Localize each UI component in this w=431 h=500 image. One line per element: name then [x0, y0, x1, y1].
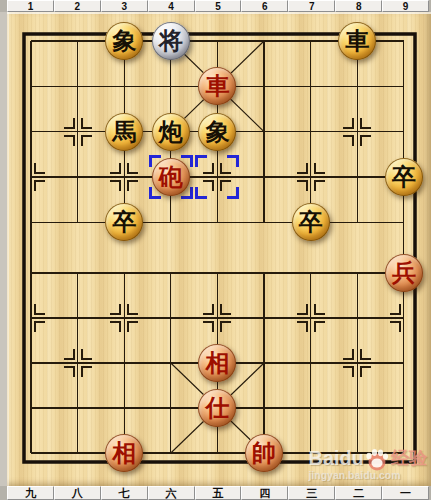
- file-label-top-5: 5: [195, 0, 242, 12]
- piece-glyph: 相: [112, 441, 136, 465]
- piece-red-砲-f4r3[interactable]: 砲: [152, 158, 190, 196]
- watermark-brand-cn: 经验: [391, 449, 427, 467]
- piece-glyph: 卒: [392, 165, 416, 189]
- file-label-top-1: 1: [7, 0, 54, 12]
- file-label-bottom-5: 五: [195, 486, 242, 500]
- piece-red-帥-f6r9[interactable]: 帥: [245, 434, 283, 472]
- piece-glyph: 卒: [299, 210, 323, 234]
- piece-glyph: 車: [205, 74, 229, 98]
- piece-glyph: 相: [205, 351, 229, 375]
- file-label-top-3: 3: [101, 0, 148, 12]
- xiangqi-board[interactable]: 象将車車馬炮象砲卒卒卒兵相仕相帥 Baidu 经验 jingyan.baidu.…: [7, 12, 431, 486]
- piece-glyph: 帥: [252, 441, 276, 465]
- piece-glyph: 卒: [112, 210, 136, 234]
- piece-black-象-f5r2[interactable]: 象: [198, 113, 236, 151]
- file-label-bottom-2: 八: [54, 486, 101, 500]
- piece-black-炮-f4r2[interactable]: 炮: [152, 113, 190, 151]
- file-label-top-8: 8: [335, 0, 382, 12]
- file-labels-bottom: 九八七六五四三二一: [0, 486, 431, 500]
- piece-glyph: 象: [205, 120, 229, 144]
- file-label-bottom-7: 三: [288, 486, 335, 500]
- piece-glyph: 車: [345, 29, 369, 53]
- watermark-brand-row: Baidu 经验: [308, 448, 427, 468]
- piece-glyph: 仕: [205, 396, 229, 420]
- file-label-top-9: 9: [382, 0, 429, 12]
- xiangqi-app-window: 123456789 象将車車馬炮象砲卒卒卒兵相仕相帥 Baidu 经验 jing…: [0, 0, 431, 500]
- watermark-brand-latin: Baidu: [308, 448, 364, 468]
- last-move-marker-2: [195, 155, 239, 199]
- file-label-top-4: 4: [148, 0, 195, 12]
- piece-glyph: 将: [159, 29, 183, 53]
- file-labels-top: 123456789: [0, 0, 431, 12]
- piece-glyph: 炮: [159, 120, 183, 144]
- piece-glyph: 兵: [392, 261, 416, 285]
- watermark-url: jingyan.baidu.com: [308, 470, 427, 481]
- file-label-bottom-1: 九: [7, 486, 54, 500]
- piece-black-将-f4r0[interactable]: 将: [152, 22, 190, 60]
- piece-black-卒-f7r4[interactable]: 卒: [292, 203, 330, 241]
- file-label-bottom-3: 七: [101, 486, 148, 500]
- piece-glyph: 象: [112, 29, 136, 53]
- file-label-top-2: 2: [54, 0, 101, 12]
- piece-red-相-f3r9[interactable]: 相: [105, 434, 143, 472]
- file-label-top-7: 7: [288, 0, 335, 12]
- piece-black-馬-f3r2[interactable]: 馬: [105, 113, 143, 151]
- piece-glyph: 砲: [159, 165, 183, 189]
- piece-glyph: 馬: [112, 120, 136, 144]
- file-label-bottom-8: 二: [335, 486, 382, 500]
- piece-black-卒-f9r3[interactable]: 卒: [385, 158, 423, 196]
- file-label-top-6: 6: [241, 0, 288, 12]
- piece-black-象-f3r0[interactable]: 象: [105, 22, 143, 60]
- file-label-bottom-4: 六: [148, 486, 195, 500]
- piece-black-車-f8r0[interactable]: 車: [338, 22, 376, 60]
- paw-icon: [364, 448, 390, 472]
- piece-red-兵-f9r5[interactable]: 兵: [385, 254, 423, 292]
- file-label-bottom-9: 一: [382, 486, 429, 500]
- file-label-bottom-6: 四: [241, 486, 288, 500]
- baidu-watermark: Baidu 经验 jingyan.baidu.com: [308, 448, 427, 481]
